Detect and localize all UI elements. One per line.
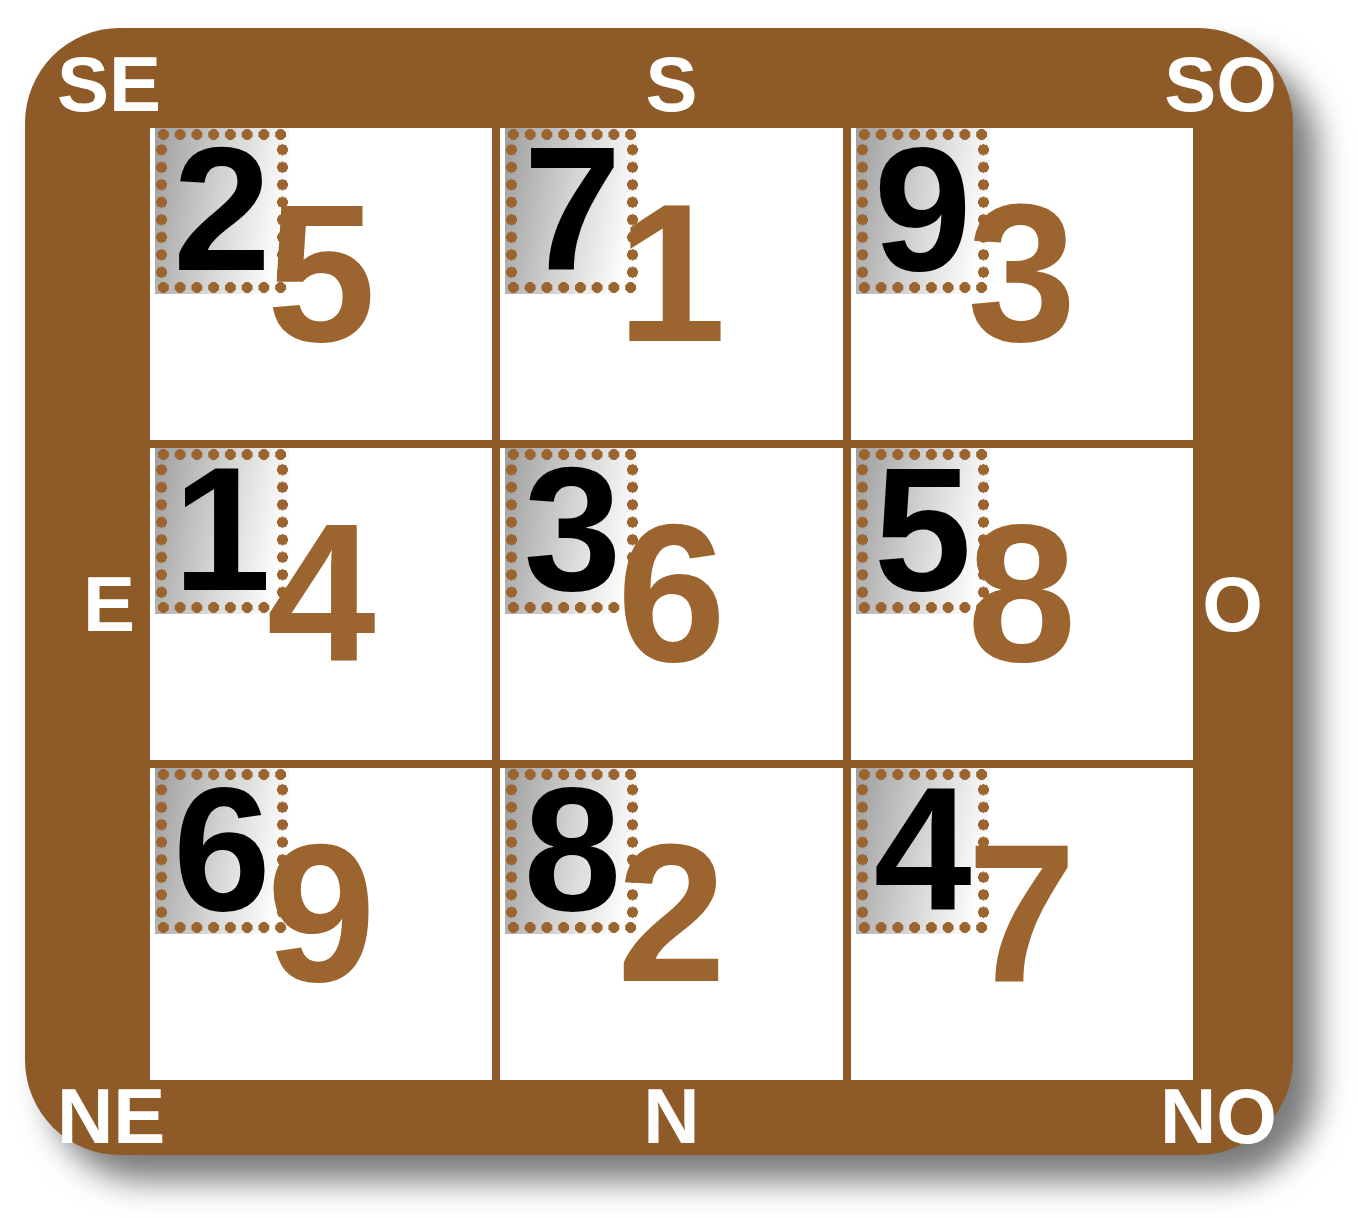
dotted-border-left-icon (155, 141, 168, 281)
black-number: 2 (173, 121, 271, 297)
dotted-border-left-icon (505, 141, 518, 281)
direction-label-no: NO (1160, 1077, 1277, 1155)
dotted-border-left-icon (856, 461, 869, 601)
brown-number: 5 (267, 176, 376, 372)
cell-s: 7 1 (500, 128, 842, 440)
cell-ne: 6 9 (150, 768, 492, 1080)
cell-o: 5 8 (851, 448, 1193, 760)
black-number: 5 (874, 441, 972, 617)
cell-se: 2 5 (150, 128, 492, 440)
cell-no: 4 7 (851, 768, 1193, 1080)
dotted-border-left-icon (856, 781, 869, 921)
brown-number: 1 (617, 176, 726, 372)
dotted-border-left-icon (155, 781, 168, 921)
brown-number: 9 (267, 816, 376, 1012)
direction-label-e: E (83, 565, 135, 643)
dotted-border-left-icon (155, 461, 168, 601)
brown-number: 4 (267, 496, 376, 692)
black-number: 6 (173, 761, 271, 937)
cell-center: 3 6 (500, 448, 842, 760)
brown-number: 3 (967, 176, 1076, 372)
black-number: 9 (874, 121, 972, 297)
dotted-border-left-icon (505, 781, 518, 921)
direction-label-so: SO (1164, 45, 1277, 123)
black-number: 7 (523, 121, 621, 297)
cell-so: 9 3 (851, 128, 1193, 440)
direction-label-se: SE (57, 45, 161, 123)
brown-number: 8 (967, 496, 1076, 692)
black-number: 1 (173, 441, 271, 617)
direction-label-n: N (150, 1077, 1193, 1155)
board-frame: SE S SO E O NE N NO 2 5 (25, 28, 1293, 1155)
direction-label-o: O (1202, 565, 1263, 643)
black-number: 8 (523, 761, 621, 937)
direction-label-s: S (150, 45, 1193, 123)
dotted-border-left-icon (856, 141, 869, 281)
dotted-border-left-icon (505, 461, 518, 601)
black-number: 4 (874, 761, 972, 937)
grid-3x3: 2 5 7 1 9 (150, 128, 1193, 1080)
cell-e: 1 4 (150, 448, 492, 760)
black-number: 3 (523, 441, 621, 617)
cell-n: 8 2 (500, 768, 842, 1080)
brown-number: 6 (617, 496, 726, 692)
brown-number: 7 (967, 816, 1076, 1012)
brown-number: 2 (617, 816, 726, 1012)
flying-star-chart: SE S SO E O NE N NO 2 5 (0, 0, 1358, 1218)
